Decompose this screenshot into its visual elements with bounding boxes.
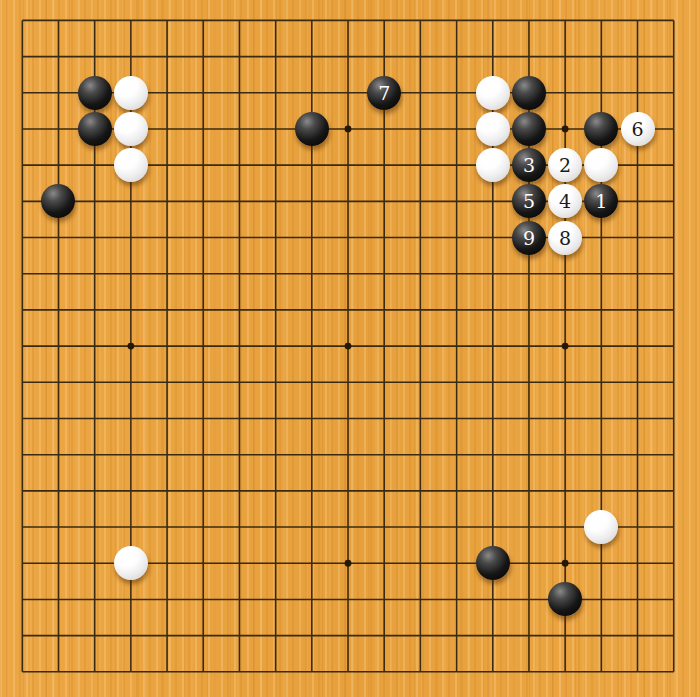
star-point bbox=[562, 343, 569, 350]
stone-white[interactable] bbox=[114, 76, 148, 110]
stone-black[interactable] bbox=[476, 546, 510, 580]
move-number: 7 bbox=[378, 76, 390, 110]
move-number: 4 bbox=[559, 184, 571, 218]
stone-white[interactable] bbox=[476, 148, 510, 182]
stone-black[interactable] bbox=[78, 112, 112, 146]
stone-black-move-9[interactable]: 9 bbox=[512, 221, 546, 255]
stone-white-move-6[interactable]: 6 bbox=[621, 112, 655, 146]
stone-white[interactable] bbox=[476, 112, 510, 146]
stone-black-move-7[interactable]: 7 bbox=[367, 76, 401, 110]
star-point bbox=[345, 560, 352, 567]
stone-white-move-8[interactable]: 8 bbox=[548, 221, 582, 255]
star-point bbox=[562, 560, 569, 567]
stone-white[interactable] bbox=[114, 112, 148, 146]
move-number: 2 bbox=[559, 148, 571, 182]
move-number: 9 bbox=[523, 221, 535, 255]
stone-black[interactable] bbox=[295, 112, 329, 146]
move-number: 3 bbox=[523, 148, 535, 182]
star-point bbox=[127, 343, 134, 350]
stone-black[interactable] bbox=[512, 76, 546, 110]
star-point bbox=[562, 126, 569, 133]
star-point bbox=[345, 343, 352, 350]
stone-white[interactable] bbox=[476, 76, 510, 110]
star-point bbox=[345, 126, 352, 133]
move-number: 6 bbox=[631, 112, 643, 146]
stone-white[interactable] bbox=[114, 546, 148, 580]
move-number: 1 bbox=[595, 184, 607, 218]
move-number: 8 bbox=[559, 221, 571, 255]
stone-white[interactable] bbox=[114, 148, 148, 182]
stone-black[interactable] bbox=[512, 112, 546, 146]
go-board[interactable]: 123456789 bbox=[0, 0, 700, 697]
stone-black[interactable] bbox=[78, 76, 112, 110]
move-number: 5 bbox=[523, 184, 535, 218]
stone-black-move-3[interactable]: 3 bbox=[512, 148, 546, 182]
